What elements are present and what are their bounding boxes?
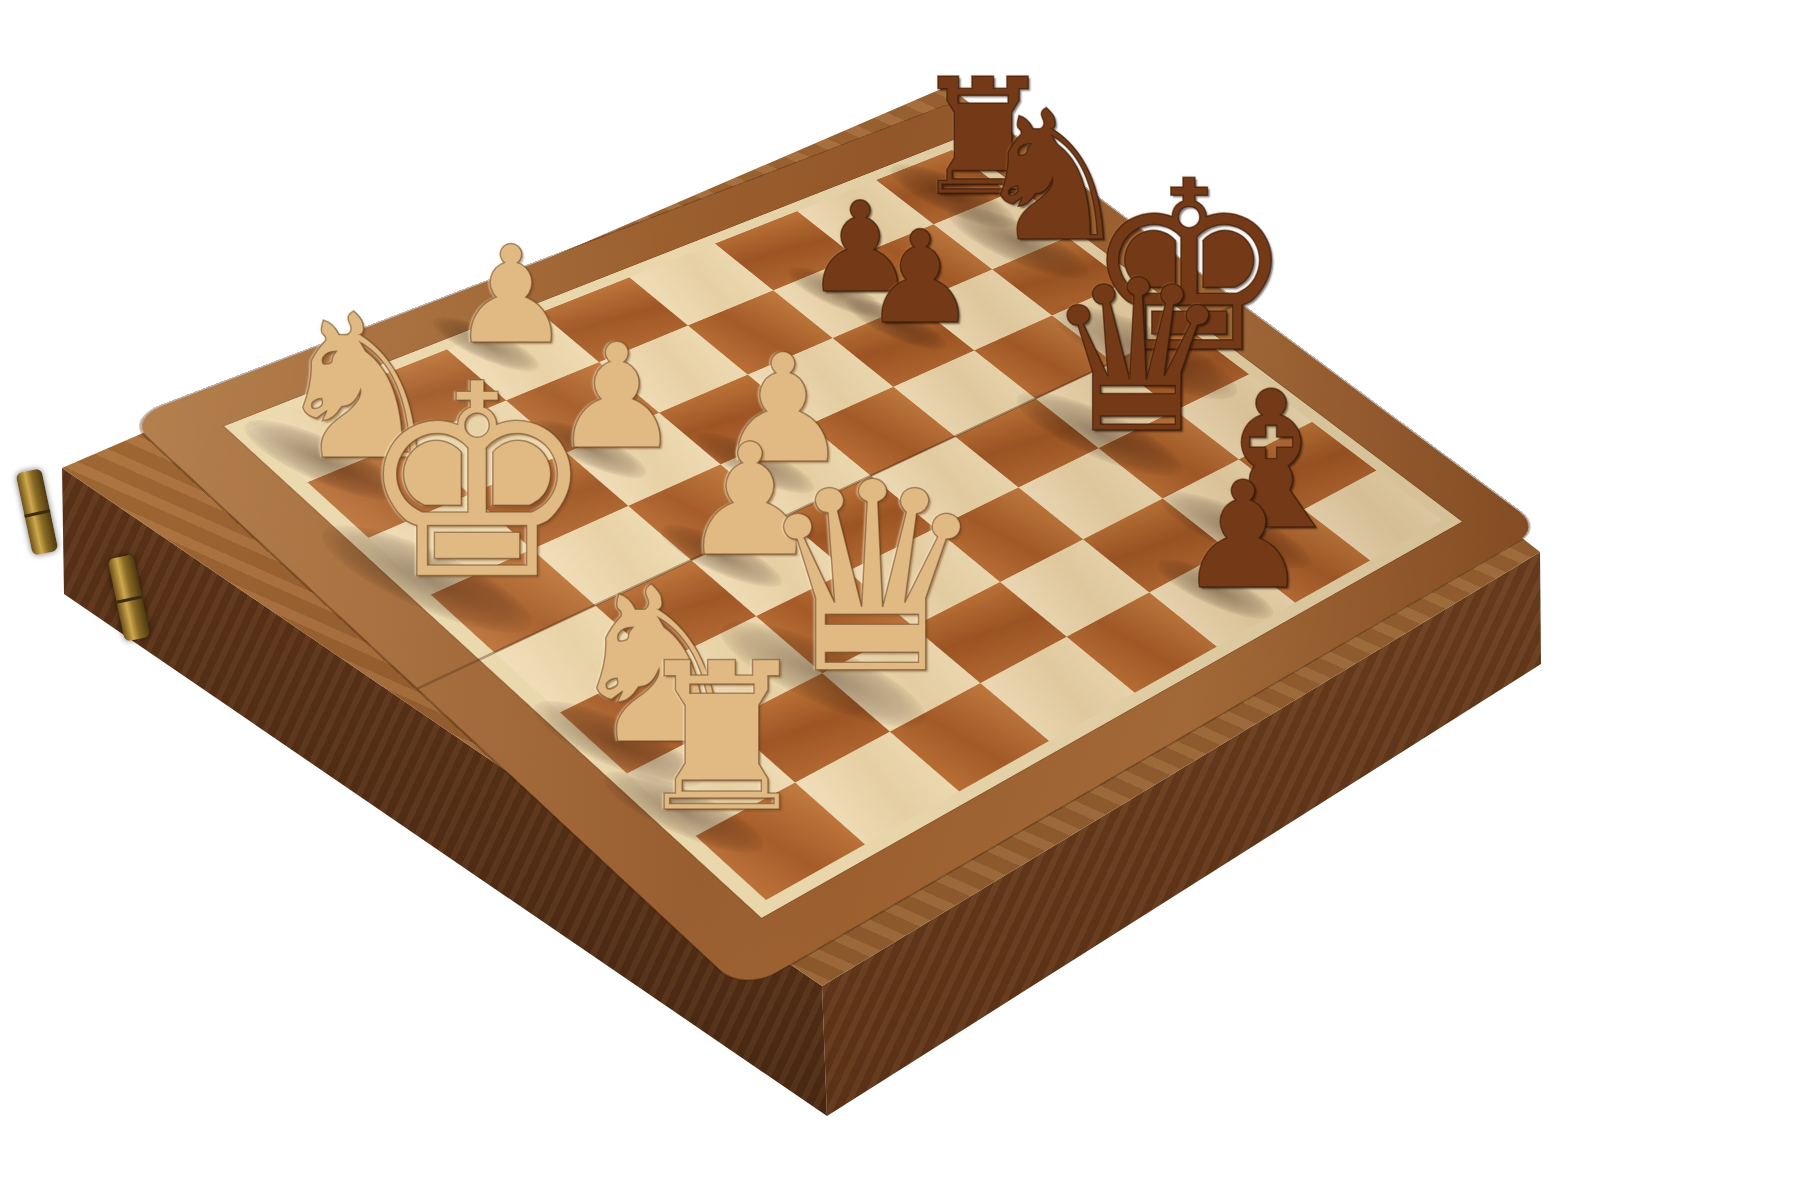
piece-black-pawn-f6: ♟ — [863, 214, 978, 342]
brass-hinge-icon — [16, 468, 59, 556]
product-photo-stage: ♜♞♟♟♟♚♛♟♞♟♝♟♚♟♛♞♜ — [0, 0, 1800, 1200]
piece-black-pawn-a6: ♟ — [1177, 462, 1310, 610]
piece-white-rook-a1: ♜ — [630, 636, 814, 841]
